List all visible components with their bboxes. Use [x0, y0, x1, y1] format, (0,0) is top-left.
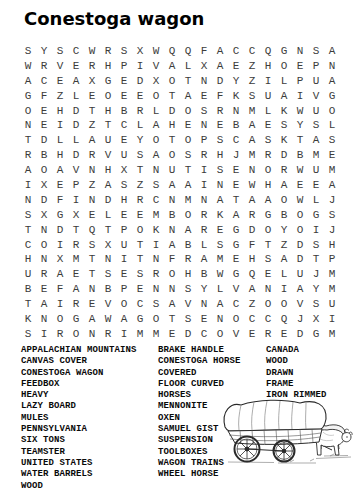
grid-cell[interactable]: S — [180, 282, 196, 297]
grid-cell[interactable]: M — [180, 193, 196, 208]
grid-cell[interactable]: K — [20, 312, 36, 327]
grid-cell[interactable]: A — [212, 59, 228, 74]
grid-cell[interactable]: S — [212, 133, 228, 148]
grid-cell[interactable]: A — [100, 178, 116, 193]
grid-cell[interactable]: P — [324, 252, 340, 267]
grid-cell[interactable]: W — [20, 59, 36, 74]
grid-cell[interactable]: A — [164, 238, 180, 253]
grid-cell[interactable]: U — [116, 148, 132, 163]
grid-cell[interactable]: N — [36, 252, 52, 267]
grid-cell[interactable]: N — [196, 118, 212, 133]
grid-cell[interactable]: T — [132, 252, 148, 267]
grid-cell[interactable]: E — [84, 208, 100, 223]
grid-cell[interactable]: N — [36, 223, 52, 238]
grid-cell[interactable]: O — [148, 133, 164, 148]
grid-cell[interactable]: P — [292, 74, 308, 89]
grid-cell[interactable]: P — [116, 223, 132, 238]
grid-cell[interactable]: E — [164, 327, 180, 342]
grid-cell[interactable]: O — [116, 297, 132, 312]
grid-cell[interactable]: T — [308, 252, 324, 267]
grid-cell[interactable]: O — [68, 327, 84, 342]
grid-cell[interactable]: W — [212, 267, 228, 282]
grid-cell[interactable]: B — [228, 118, 244, 133]
grid-cell[interactable]: Z — [84, 178, 100, 193]
grid-cell[interactable]: L — [276, 267, 292, 282]
grid-cell[interactable]: N — [164, 223, 180, 238]
grid-cell[interactable]: O — [180, 104, 196, 119]
grid-cell[interactable]: N — [148, 163, 164, 178]
grid-cell[interactable]: E — [36, 282, 52, 297]
grid-cell[interactable]: R — [52, 327, 68, 342]
grid-cell[interactable]: T — [84, 104, 100, 119]
grid-cell[interactable]: A — [68, 282, 84, 297]
grid-cell[interactable]: O — [276, 193, 292, 208]
grid-cell[interactable]: H — [100, 59, 116, 74]
grid-cell[interactable]: L — [212, 282, 228, 297]
grid-cell[interactable]: U — [292, 267, 308, 282]
grid-cell[interactable]: H — [164, 118, 180, 133]
grid-cell[interactable]: E — [68, 59, 84, 74]
grid-cell[interactable]: M — [148, 208, 164, 223]
grid-cell[interactable]: E — [52, 74, 68, 89]
grid-cell[interactable]: O — [260, 223, 276, 238]
grid-cell[interactable]: E — [36, 118, 52, 133]
grid-cell[interactable]: A — [324, 178, 340, 193]
grid-cell[interactable]: S — [212, 238, 228, 253]
grid-cell[interactable]: H — [212, 148, 228, 163]
grid-cell[interactable]: R — [20, 148, 36, 163]
grid-cell[interactable]: A — [116, 312, 132, 327]
grid-cell[interactable]: E — [228, 163, 244, 178]
grid-cell[interactable]: V — [228, 282, 244, 297]
grid-cell[interactable]: Z — [52, 89, 68, 104]
grid-cell[interactable]: O — [180, 208, 196, 223]
grid-cell[interactable]: I — [36, 327, 52, 342]
grid-cell[interactable]: X — [116, 163, 132, 178]
grid-cell[interactable]: H — [244, 252, 260, 267]
grid-cell[interactable]: N — [20, 118, 36, 133]
grid-cell[interactable]: N — [164, 193, 180, 208]
grid-cell[interactable]: X — [132, 44, 148, 59]
grid-cell[interactable]: E — [292, 59, 308, 74]
grid-cell[interactable]: O — [324, 104, 340, 119]
grid-cell[interactable]: D — [68, 148, 84, 163]
grid-cell[interactable]: N — [100, 252, 116, 267]
grid-cell[interactable]: T — [20, 223, 36, 238]
grid-cell[interactable]: L — [196, 238, 212, 253]
grid-cell[interactable]: N — [324, 59, 340, 74]
grid-cell[interactable]: K — [148, 223, 164, 238]
grid-cell[interactable]: S — [324, 133, 340, 148]
grid-cell[interactable]: L — [132, 118, 148, 133]
grid-cell[interactable]: J — [324, 223, 340, 238]
grid-cell[interactable]: G — [308, 208, 324, 223]
grid-cell[interactable]: C — [148, 193, 164, 208]
grid-cell[interactable]: N — [260, 282, 276, 297]
grid-cell[interactable]: R — [196, 208, 212, 223]
grid-cell[interactable]: C — [228, 44, 244, 59]
grid-cell[interactable]: E — [212, 223, 228, 238]
grid-cell[interactable]: B — [292, 148, 308, 163]
grid-cell[interactable]: X — [52, 252, 68, 267]
grid-cell[interactable]: I — [324, 312, 340, 327]
grid-cell[interactable]: S — [148, 297, 164, 312]
grid-cell[interactable]: A — [164, 59, 180, 74]
grid-cell[interactable]: S — [132, 267, 148, 282]
grid-cell[interactable]: S — [20, 208, 36, 223]
grid-cell[interactable]: H — [324, 238, 340, 253]
grid-cell[interactable]: O — [260, 163, 276, 178]
grid-cell[interactable]: F — [212, 89, 228, 104]
grid-cell[interactable]: A — [308, 133, 324, 148]
grid-cell[interactable]: U — [308, 104, 324, 119]
grid-cell[interactable]: W — [292, 163, 308, 178]
grid-cell[interactable]: A — [276, 252, 292, 267]
grid-cell[interactable]: N — [292, 44, 308, 59]
grid-cell[interactable]: A — [148, 148, 164, 163]
grid-cell[interactable]: G — [324, 89, 340, 104]
grid-cell[interactable]: J — [228, 148, 244, 163]
grid-cell[interactable]: X — [36, 178, 52, 193]
grid-cell[interactable]: U — [164, 163, 180, 178]
grid-cell[interactable]: O — [276, 59, 292, 74]
grid-cell[interactable]: E — [116, 208, 132, 223]
grid-cell[interactable]: S — [260, 133, 276, 148]
grid-cell[interactable]: E — [324, 148, 340, 163]
grid-cell[interactable]: V — [100, 297, 116, 312]
grid-cell[interactable]: O — [164, 267, 180, 282]
grid-cell[interactable]: S — [84, 238, 100, 253]
grid-cell[interactable]: K — [228, 89, 244, 104]
grid-cell[interactable]: E — [116, 267, 132, 282]
grid-cell[interactable]: E — [180, 118, 196, 133]
grid-cell[interactable]: A — [276, 178, 292, 193]
grid-cell[interactable]: H — [260, 178, 276, 193]
grid-cell[interactable]: U — [308, 163, 324, 178]
grid-cell[interactable]: O — [20, 104, 36, 119]
grid-cell[interactable]: R — [196, 148, 212, 163]
grid-cell[interactable]: V — [100, 148, 116, 163]
grid-cell[interactable]: L — [276, 74, 292, 89]
grid-cell[interactable]: F — [52, 193, 68, 208]
grid-cell[interactable]: R — [36, 59, 52, 74]
grid-cell[interactable]: B — [116, 104, 132, 119]
grid-cell[interactable]: S — [308, 44, 324, 59]
grid-cell[interactable]: H — [180, 267, 196, 282]
grid-cell[interactable]: U — [100, 133, 116, 148]
grid-cell[interactable]: A — [196, 252, 212, 267]
grid-cell[interactable]: M — [244, 104, 260, 119]
grid-cell[interactable]: G — [52, 208, 68, 223]
grid-cell[interactable]: O — [132, 223, 148, 238]
grid-cell[interactable]: M — [148, 327, 164, 342]
grid-cell[interactable]: D — [36, 193, 52, 208]
grid-cell[interactable]: S — [116, 178, 132, 193]
grid-cell[interactable]: X — [68, 208, 84, 223]
grid-cell[interactable]: Y — [196, 282, 212, 297]
grid-cell[interactable]: S — [196, 104, 212, 119]
grid-cell[interactable]: Q — [276, 312, 292, 327]
grid-cell[interactable]: E — [132, 89, 148, 104]
grid-cell[interactable]: M — [212, 252, 228, 267]
grid-cell[interactable]: N — [196, 74, 212, 89]
grid-cell[interactable]: A — [244, 118, 260, 133]
grid-cell[interactable]: F — [36, 89, 52, 104]
grid-cell[interactable]: R — [68, 297, 84, 312]
grid-cell[interactable]: S — [324, 208, 340, 223]
grid-cell[interactable]: S — [116, 44, 132, 59]
grid-cell[interactable]: S — [132, 148, 148, 163]
grid-cell[interactable]: Z — [276, 238, 292, 253]
grid-cell[interactable]: X — [196, 59, 212, 74]
grid-cell[interactable]: L — [324, 118, 340, 133]
grid-cell[interactable]: E — [36, 104, 52, 119]
grid-cell[interactable]: S — [212, 163, 228, 178]
grid-cell[interactable]: M — [324, 267, 340, 282]
grid-cell[interactable]: N — [20, 193, 36, 208]
grid-cell[interactable]: D — [212, 74, 228, 89]
grid-cell[interactable]: N — [84, 193, 100, 208]
grid-cell[interactable]: P — [308, 59, 324, 74]
grid-cell[interactable]: A — [244, 193, 260, 208]
grid-cell[interactable]: F — [244, 238, 260, 253]
grid-cell[interactable]: G — [228, 267, 244, 282]
grid-cell[interactable]: F — [196, 44, 212, 59]
grid-cell[interactable]: E — [116, 133, 132, 148]
grid-cell[interactable]: F — [52, 282, 68, 297]
grid-cell[interactable]: I — [148, 238, 164, 253]
grid-cell[interactable]: M — [132, 327, 148, 342]
grid-cell[interactable]: R — [212, 104, 228, 119]
grid-cell[interactable]: G — [100, 74, 116, 89]
grid-cell[interactable]: U — [324, 297, 340, 312]
grid-cell[interactable]: D — [132, 74, 148, 89]
grid-cell[interactable]: I — [52, 238, 68, 253]
grid-cell[interactable]: T — [20, 133, 36, 148]
grid-cell[interactable]: V — [52, 59, 68, 74]
grid-cell[interactable]: H — [52, 148, 68, 163]
grid-cell[interactable]: T — [180, 74, 196, 89]
grid-cell[interactable]: A — [180, 178, 196, 193]
grid-cell[interactable]: V — [308, 89, 324, 104]
grid-cell[interactable]: B — [276, 208, 292, 223]
grid-cell[interactable]: E — [196, 89, 212, 104]
grid-cell[interactable]: K — [212, 208, 228, 223]
grid-cell[interactable]: D — [164, 104, 180, 119]
grid-cell[interactable]: L — [100, 208, 116, 223]
grid-cell[interactable]: A — [244, 133, 260, 148]
grid-cell[interactable]: E — [308, 178, 324, 193]
grid-cell[interactable]: B — [164, 208, 180, 223]
grid-cell[interactable]: I — [260, 74, 276, 89]
grid-cell[interactable]: G — [228, 238, 244, 253]
grid-cell[interactable]: M — [244, 148, 260, 163]
grid-cell[interactable]: C — [260, 312, 276, 327]
grid-cell[interactable]: U — [308, 74, 324, 89]
grid-cell[interactable]: O — [276, 297, 292, 312]
grid-cell[interactable]: G — [308, 327, 324, 342]
grid-cell[interactable]: K — [276, 104, 292, 119]
grid-cell[interactable]: R — [196, 223, 212, 238]
grid-cell[interactable]: G — [20, 89, 36, 104]
grid-cell[interactable]: W — [244, 178, 260, 193]
grid-cell[interactable]: Z — [244, 297, 260, 312]
grid-cell[interactable]: H — [100, 104, 116, 119]
grid-cell[interactable]: L — [180, 59, 196, 74]
grid-cell[interactable]: N — [84, 163, 100, 178]
grid-cell[interactable]: E — [276, 327, 292, 342]
grid-cell[interactable]: N — [164, 282, 180, 297]
grid-cell[interactable]: C — [228, 297, 244, 312]
grid-cell[interactable]: N — [212, 178, 228, 193]
grid-cell[interactable]: A — [84, 312, 100, 327]
grid-cell[interactable]: T — [164, 312, 180, 327]
grid-cell[interactable]: I — [52, 297, 68, 312]
grid-cell[interactable]: V — [68, 163, 84, 178]
grid-cell[interactable]: F — [164, 252, 180, 267]
grid-cell[interactable]: O — [228, 312, 244, 327]
grid-cell[interactable]: C — [36, 74, 52, 89]
grid-cell[interactable]: Y — [36, 44, 52, 59]
grid-cell[interactable]: A — [148, 118, 164, 133]
grid-cell[interactable]: X — [36, 208, 52, 223]
grid-cell[interactable]: M — [324, 282, 340, 297]
grid-cell[interactable]: I — [196, 178, 212, 193]
grid-cell[interactable]: D — [68, 118, 84, 133]
grid-cell[interactable]: J — [324, 193, 340, 208]
grid-cell[interactable]: D — [292, 327, 308, 342]
grid-cell[interactable]: L — [308, 193, 324, 208]
grid-cell[interactable]: Q — [260, 44, 276, 59]
grid-cell[interactable]: I — [132, 59, 148, 74]
grid-cell[interactable]: T — [180, 163, 196, 178]
grid-cell[interactable]: O — [148, 89, 164, 104]
grid-cell[interactable]: T — [84, 267, 100, 282]
grid-cell[interactable]: I — [68, 193, 84, 208]
grid-cell[interactable]: A — [52, 267, 68, 282]
grid-cell[interactable]: A — [212, 44, 228, 59]
grid-cell[interactable]: O — [164, 148, 180, 163]
grid-cell[interactable]: G — [68, 312, 84, 327]
grid-cell[interactable]: E — [228, 178, 244, 193]
grid-cell[interactable]: Z — [84, 118, 100, 133]
grid-cell[interactable]: G — [228, 223, 244, 238]
grid-cell[interactable]: X — [148, 74, 164, 89]
grid-cell[interactable]: I — [116, 252, 132, 267]
grid-cell[interactable]: E — [228, 252, 244, 267]
grid-cell[interactable]: D — [68, 104, 84, 119]
grid-cell[interactable]: A — [324, 44, 340, 59]
grid-cell[interactable]: A — [164, 178, 180, 193]
grid-cell[interactable]: R — [276, 163, 292, 178]
grid-cell[interactable]: O — [36, 163, 52, 178]
grid-cell[interactable]: Q — [164, 44, 180, 59]
grid-cell[interactable]: E — [212, 118, 228, 133]
grid-cell[interactable]: D — [276, 148, 292, 163]
grid-cell[interactable]: I — [52, 118, 68, 133]
grid-cell[interactable]: N — [148, 252, 164, 267]
grid-cell[interactable]: S — [180, 148, 196, 163]
grid-cell[interactable]: S — [308, 118, 324, 133]
grid-cell[interactable]: E — [132, 208, 148, 223]
grid-cell[interactable]: B — [36, 148, 52, 163]
grid-cell[interactable]: R — [68, 238, 84, 253]
grid-cell[interactable]: J — [308, 267, 324, 282]
grid-cell[interactable]: A — [180, 89, 196, 104]
grid-cell[interactable]: L — [260, 104, 276, 119]
grid-cell[interactable]: Y — [132, 133, 148, 148]
grid-cell[interactable]: H — [260, 59, 276, 74]
grid-cell[interactable]: M — [308, 148, 324, 163]
grid-cell[interactable]: G — [132, 312, 148, 327]
grid-cell[interactable]: B — [196, 267, 212, 282]
grid-cell[interactable]: E — [52, 178, 68, 193]
grid-cell[interactable]: T — [164, 133, 180, 148]
grid-cell[interactable]: A — [292, 282, 308, 297]
grid-cell[interactable]: A — [36, 297, 52, 312]
grid-cell[interactable]: O — [212, 327, 228, 342]
grid-cell[interactable]: Q — [84, 223, 100, 238]
grid-cell[interactable]: W — [84, 44, 100, 59]
grid-cell[interactable]: E — [68, 267, 84, 282]
grid-cell[interactable]: S — [20, 44, 36, 59]
grid-cell[interactable]: Y — [292, 118, 308, 133]
grid-cell[interactable]: A — [212, 193, 228, 208]
grid-cell[interactable]: Y — [276, 223, 292, 238]
grid-cell[interactable]: W — [100, 312, 116, 327]
grid-cell[interactable]: N — [228, 104, 244, 119]
grid-cell[interactable]: U — [260, 89, 276, 104]
grid-cell[interactable]: S — [276, 118, 292, 133]
grid-cell[interactable]: N — [196, 193, 212, 208]
grid-cell[interactable]: S — [52, 44, 68, 59]
grid-cell[interactable]: A — [84, 133, 100, 148]
grid-cell[interactable]: D — [292, 238, 308, 253]
grid-cell[interactable]: R — [132, 193, 148, 208]
grid-cell[interactable]: B — [180, 238, 196, 253]
grid-cell[interactable]: I — [308, 223, 324, 238]
grid-cell[interactable]: N — [84, 282, 100, 297]
grid-cell[interactable]: D — [244, 223, 260, 238]
grid-cell[interactable]: A — [276, 89, 292, 104]
grid-cell[interactable]: T — [132, 238, 148, 253]
grid-cell[interactable]: S — [20, 327, 36, 342]
grid-cell[interactable]: O — [260, 297, 276, 312]
grid-cell[interactable]: L — [148, 104, 164, 119]
grid-cell[interactable]: I — [20, 178, 36, 193]
grid-cell[interactable]: E — [84, 297, 100, 312]
grid-cell[interactable]: D — [180, 327, 196, 342]
grid-cell[interactable]: H — [52, 104, 68, 119]
grid-cell[interactable]: P — [68, 178, 84, 193]
grid-cell[interactable]: N — [36, 312, 52, 327]
grid-cell[interactable]: R — [260, 148, 276, 163]
grid-cell[interactable]: B — [20, 282, 36, 297]
grid-cell[interactable]: P — [196, 133, 212, 148]
grid-cell[interactable]: R — [260, 327, 276, 342]
grid-cell[interactable]: X — [100, 238, 116, 253]
grid-cell[interactable]: H — [100, 163, 116, 178]
grid-cell[interactable]: V — [148, 59, 164, 74]
grid-cell[interactable]: W — [292, 104, 308, 119]
grid-cell[interactable]: T — [292, 133, 308, 148]
grid-cell[interactable]: L — [68, 89, 84, 104]
grid-cell[interactable]: Q — [180, 44, 196, 59]
grid-cell[interactable]: B — [100, 282, 116, 297]
grid-cell[interactable]: S — [308, 238, 324, 253]
grid-cell[interactable]: I — [276, 282, 292, 297]
grid-cell[interactable]: U — [20, 267, 36, 282]
